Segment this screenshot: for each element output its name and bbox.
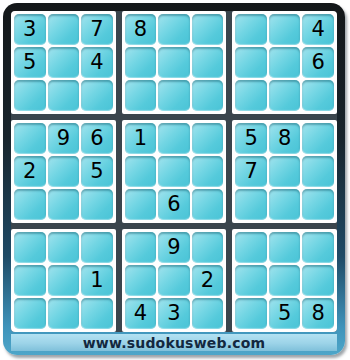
cell-r7c4[interactable] <box>125 232 157 263</box>
cell-r4c5[interactable] <box>158 123 190 154</box>
cell-r8c9[interactable] <box>302 265 334 296</box>
cell-r6c3[interactable] <box>81 189 113 220</box>
cell-r6c2[interactable] <box>48 189 80 220</box>
cell-r7c1[interactable] <box>14 232 46 263</box>
cell-r3c7[interactable] <box>235 80 267 111</box>
site-url[interactable]: www.sudokusweb.com <box>83 335 266 351</box>
box-1: 3754 <box>11 11 116 114</box>
cell-r2c4[interactable] <box>125 47 157 78</box>
cell-r8c8[interactable] <box>269 265 301 296</box>
sudoku-app: 37548469625165871924358 www.sudokusweb.c… <box>0 0 350 360</box>
box-2: 8 <box>122 11 227 114</box>
cell-r3c8[interactable] <box>269 80 301 111</box>
cell-r3c5[interactable] <box>158 80 190 111</box>
cell-r5c6[interactable] <box>192 156 224 187</box>
cell-r1c2[interactable] <box>48 14 80 45</box>
footer-bar: www.sudokusweb.com <box>11 334 337 351</box>
cell-r7c6[interactable] <box>192 232 224 263</box>
cell-r5c3[interactable]: 5 <box>81 156 113 187</box>
cell-r8c3[interactable]: 1 <box>81 265 113 296</box>
cell-r9c8[interactable]: 5 <box>269 298 301 329</box>
box-8: 9243 <box>122 229 227 332</box>
cell-r3c6[interactable] <box>192 80 224 111</box>
cell-r7c2[interactable] <box>48 232 80 263</box>
cell-r6c8[interactable] <box>269 189 301 220</box>
cell-r1c1[interactable]: 3 <box>14 14 46 45</box>
cell-r2c7[interactable] <box>235 47 267 78</box>
cell-r2c8[interactable] <box>269 47 301 78</box>
cell-r3c9[interactable] <box>302 80 334 111</box>
cell-r1c7[interactable] <box>235 14 267 45</box>
sudoku-board: 37548469625165871924358 <box>11 11 337 332</box>
cell-r9c6[interactable] <box>192 298 224 329</box>
cell-r4c2[interactable]: 9 <box>48 123 80 154</box>
cell-r3c2[interactable] <box>48 80 80 111</box>
box-7: 1 <box>11 229 116 332</box>
cell-r1c3[interactable]: 7 <box>81 14 113 45</box>
cell-r4c6[interactable] <box>192 123 224 154</box>
cell-r2c1[interactable]: 5 <box>14 47 46 78</box>
cell-r4c7[interactable]: 5 <box>235 123 267 154</box>
cell-r3c3[interactable] <box>81 80 113 111</box>
cell-r2c5[interactable] <box>158 47 190 78</box>
cell-r5c7[interactable]: 7 <box>235 156 267 187</box>
cell-r5c5[interactable] <box>158 156 190 187</box>
cell-r7c8[interactable] <box>269 232 301 263</box>
box-3: 46 <box>232 11 337 114</box>
cell-r9c2[interactable] <box>48 298 80 329</box>
cell-r1c8[interactable] <box>269 14 301 45</box>
cell-r6c4[interactable] <box>125 189 157 220</box>
cell-r6c7[interactable] <box>235 189 267 220</box>
cell-r3c1[interactable] <box>14 80 46 111</box>
cell-r6c5[interactable]: 6 <box>158 189 190 220</box>
cell-r9c7[interactable] <box>235 298 267 329</box>
cell-r2c2[interactable] <box>48 47 80 78</box>
box-4: 9625 <box>11 120 116 223</box>
cell-r2c9[interactable]: 6 <box>302 47 334 78</box>
cell-r8c5[interactable] <box>158 265 190 296</box>
cell-r5c1[interactable]: 2 <box>14 156 46 187</box>
cell-r5c4[interactable] <box>125 156 157 187</box>
cell-r5c2[interactable] <box>48 156 80 187</box>
cell-r8c6[interactable]: 2 <box>192 265 224 296</box>
cell-r9c1[interactable] <box>14 298 46 329</box>
cell-r4c8[interactable]: 8 <box>269 123 301 154</box>
cell-r5c8[interactable] <box>269 156 301 187</box>
cell-r4c4[interactable]: 1 <box>125 123 157 154</box>
cell-r5c9[interactable] <box>302 156 334 187</box>
cell-r7c5[interactable]: 9 <box>158 232 190 263</box>
box-5: 16 <box>122 120 227 223</box>
cell-r8c7[interactable] <box>235 265 267 296</box>
cell-r1c4[interactable]: 8 <box>125 14 157 45</box>
cell-r7c3[interactable] <box>81 232 113 263</box>
cell-r8c1[interactable] <box>14 265 46 296</box>
board-frame: 37548469625165871924358 www.sudokusweb.c… <box>3 3 345 355</box>
cell-r7c7[interactable] <box>235 232 267 263</box>
cell-r7c9[interactable] <box>302 232 334 263</box>
cell-r6c6[interactable] <box>192 189 224 220</box>
cell-r4c9[interactable] <box>302 123 334 154</box>
cell-r6c9[interactable] <box>302 189 334 220</box>
cell-r9c4[interactable]: 4 <box>125 298 157 329</box>
cell-r8c2[interactable] <box>48 265 80 296</box>
box-9: 58 <box>232 229 337 332</box>
cell-r4c1[interactable] <box>14 123 46 154</box>
cell-r9c3[interactable] <box>81 298 113 329</box>
box-6: 587 <box>232 120 337 223</box>
cell-r1c9[interactable]: 4 <box>302 14 334 45</box>
cell-r8c4[interactable] <box>125 265 157 296</box>
cell-r6c1[interactable] <box>14 189 46 220</box>
cell-r2c6[interactable] <box>192 47 224 78</box>
cell-r3c4[interactable] <box>125 80 157 111</box>
cell-r1c6[interactable] <box>192 14 224 45</box>
cell-r4c3[interactable]: 6 <box>81 123 113 154</box>
cell-r1c5[interactable] <box>158 14 190 45</box>
cell-r9c5[interactable]: 3 <box>158 298 190 329</box>
cell-r2c3[interactable]: 4 <box>81 47 113 78</box>
cell-r9c9[interactable]: 8 <box>302 298 334 329</box>
